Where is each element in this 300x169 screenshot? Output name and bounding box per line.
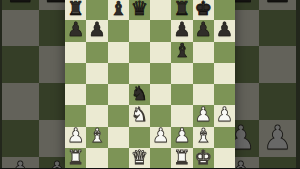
square-g2[interactable]: ♝ <box>193 127 214 148</box>
square-c7[interactable] <box>108 20 129 41</box>
square-f2[interactable]: ♟ <box>171 127 192 148</box>
piece-black-queen[interactable]: ♛ <box>131 0 148 18</box>
square-e5[interactable] <box>150 63 171 84</box>
square-h2[interactable] <box>214 127 235 148</box>
square-e7[interactable] <box>150 20 171 41</box>
square-f5[interactable] <box>171 63 192 84</box>
piece-black-pawn: ♟ <box>263 0 293 7</box>
square-b2[interactable]: ♝ <box>86 127 107 148</box>
square-a1[interactable]: ♜ <box>65 148 86 168</box>
square-d3[interactable]: ♞ <box>129 105 150 126</box>
square-a2[interactable]: ♟ <box>65 127 86 148</box>
square-h7[interactable]: ♟ <box>214 20 235 41</box>
square-f1[interactable]: ♜ <box>171 148 192 168</box>
piece-black-pawn[interactable]: ♟ <box>88 20 105 40</box>
square-a5 <box>2 46 39 83</box>
square-h3[interactable]: ♟ <box>214 105 235 126</box>
square-a2: ♟ <box>2 157 39 169</box>
square-a5[interactable] <box>65 63 86 84</box>
chess-board[interactable]: ♜♝♛♜♚♟♟♟♟♟♝♞♞♟♟♟♝♟♟♝♜♛♜♚ <box>65 0 235 168</box>
piece-white-bishop[interactable]: ♝ <box>194 126 211 146</box>
square-a6[interactable] <box>65 42 86 63</box>
square-g3[interactable]: ♟ <box>193 105 214 126</box>
square-h2 <box>259 157 296 169</box>
square-g5[interactable] <box>193 63 214 84</box>
piece-black-pawn[interactable]: ♟ <box>67 20 84 40</box>
square-d8[interactable]: ♛ <box>129 0 150 20</box>
piece-black-rook[interactable]: ♜ <box>173 0 190 18</box>
piece-white-queen[interactable]: ♛ <box>131 148 148 168</box>
square-a7: ♟ <box>2 0 39 10</box>
piece-white-pawn: ♟ <box>263 121 293 154</box>
square-d5[interactable] <box>129 63 150 84</box>
square-g7[interactable]: ♟ <box>193 20 214 41</box>
square-h6[interactable] <box>214 42 235 63</box>
square-a3[interactable] <box>65 105 86 126</box>
square-h5[interactable] <box>214 63 235 84</box>
square-e4[interactable] <box>150 84 171 105</box>
piece-white-knight[interactable]: ♞ <box>131 105 148 125</box>
square-a4[interactable] <box>65 84 86 105</box>
square-f4[interactable] <box>171 84 192 105</box>
piece-white-pawn: ♟ <box>6 157 36 168</box>
square-c3[interactable] <box>108 105 129 126</box>
square-d1[interactable]: ♛ <box>129 148 150 168</box>
square-c5[interactable] <box>108 63 129 84</box>
square-b6[interactable] <box>86 42 107 63</box>
square-a3 <box>2 120 39 157</box>
square-c2[interactable] <box>108 127 129 148</box>
piece-white-bishop[interactable]: ♝ <box>88 126 105 146</box>
square-d6[interactable] <box>129 42 150 63</box>
square-h1[interactable] <box>214 148 235 168</box>
piece-white-king[interactable]: ♚ <box>194 148 211 168</box>
piece-black-king[interactable]: ♚ <box>194 0 211 18</box>
square-c4[interactable] <box>108 84 129 105</box>
square-b1[interactable] <box>86 148 107 168</box>
square-g4[interactable] <box>193 84 214 105</box>
piece-white-rook[interactable]: ♜ <box>67 148 84 168</box>
square-e2[interactable]: ♟ <box>150 127 171 148</box>
square-c8[interactable]: ♝ <box>108 0 129 20</box>
piece-white-pawn[interactable]: ♟ <box>216 105 233 125</box>
piece-black-pawn: ♟ <box>6 0 36 7</box>
square-f7[interactable]: ♟ <box>171 20 192 41</box>
square-e6[interactable] <box>150 42 171 63</box>
piece-black-rook[interactable]: ♜ <box>67 0 84 18</box>
square-h6 <box>259 10 296 47</box>
piece-black-pawn[interactable]: ♟ <box>173 20 190 40</box>
square-f3[interactable] <box>171 105 192 126</box>
video-frame: ♜♝♛♜♚♟♟♟♟♟♝♞♞♟♟♟♝♟♟♝♜♛♜♚ ♜♝♛♜♚♟♟♟♟♟♝♞♞♟♟… <box>0 0 300 168</box>
square-b5[interactable] <box>86 63 107 84</box>
piece-white-pawn[interactable]: ♟ <box>152 126 169 146</box>
square-d2[interactable] <box>129 127 150 148</box>
square-f6[interactable]: ♝ <box>171 42 192 63</box>
piece-white-pawn[interactable]: ♟ <box>173 126 190 146</box>
square-a4 <box>2 83 39 120</box>
piece-black-knight[interactable]: ♞ <box>131 84 148 104</box>
square-d7[interactable] <box>129 20 150 41</box>
square-h7: ♟ <box>259 0 296 10</box>
square-d4[interactable]: ♞ <box>129 84 150 105</box>
square-h5 <box>259 46 296 83</box>
square-h3: ♟ <box>259 120 296 157</box>
square-h4[interactable] <box>214 84 235 105</box>
square-e1[interactable] <box>150 148 171 168</box>
piece-white-pawn[interactable]: ♟ <box>67 126 84 146</box>
piece-black-pawn[interactable]: ♟ <box>216 20 233 40</box>
piece-white-pawn[interactable]: ♟ <box>194 105 211 125</box>
piece-black-bishop[interactable]: ♝ <box>173 41 190 61</box>
square-g1[interactable]: ♚ <box>193 148 214 168</box>
square-e8[interactable] <box>150 0 171 20</box>
square-b3[interactable] <box>86 105 107 126</box>
square-e3[interactable] <box>150 105 171 126</box>
piece-black-pawn[interactable]: ♟ <box>194 20 211 40</box>
piece-white-rook[interactable]: ♜ <box>173 148 190 168</box>
square-b4[interactable] <box>86 84 107 105</box>
piece-black-bishop[interactable]: ♝ <box>109 0 126 18</box>
square-c1[interactable] <box>108 148 129 168</box>
square-a6 <box>2 10 39 47</box>
square-h4 <box>259 83 296 120</box>
square-a7[interactable]: ♟ <box>65 20 86 41</box>
square-c6[interactable] <box>108 42 129 63</box>
square-g6[interactable] <box>193 42 214 63</box>
square-b7[interactable]: ♟ <box>86 20 107 41</box>
